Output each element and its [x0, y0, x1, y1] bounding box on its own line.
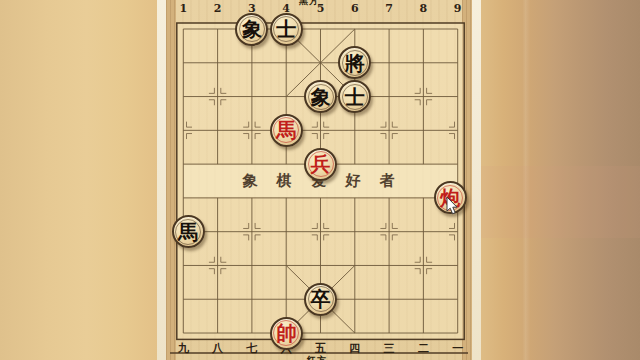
- piece-glyph: 象: [311, 87, 331, 107]
- file-label-bottom-9: 一: [452, 341, 463, 356]
- mouse-cursor: [446, 196, 460, 216]
- file-label-bottom-7: 三: [384, 341, 395, 356]
- file-label-bottom-6: 四: [349, 341, 360, 356]
- river-char: 好: [345, 171, 361, 191]
- piece-glyph: 士: [276, 19, 296, 39]
- river-char: 棋: [276, 171, 292, 191]
- piece-black-elephant[interactable]: 象: [235, 13, 268, 46]
- piece-glyph: 象: [242, 19, 262, 39]
- file-label-bottom-3: 七: [246, 341, 257, 356]
- piece-glyph: 將: [345, 53, 365, 73]
- top-clipped-label: 黑方: [299, 0, 319, 8]
- piece-black-elephant[interactable]: 象: [304, 80, 337, 113]
- piece-red-soldier[interactable]: 兵: [304, 148, 337, 181]
- file-label-bottom-8: 二: [418, 341, 429, 356]
- river-char: 者: [379, 171, 395, 191]
- river-char: 象: [242, 171, 258, 191]
- blurred-backdrop-right: [481, 0, 640, 360]
- light-strip-left: [157, 0, 166, 360]
- piece-glyph: 兵: [311, 154, 331, 174]
- file-label-top-1: 1: [179, 2, 187, 15]
- file-label-top-6: 6: [351, 2, 359, 15]
- piece-black-advisor[interactable]: 士: [270, 13, 303, 46]
- piece-glyph: 卒: [311, 289, 331, 309]
- light-strip-right: [472, 0, 481, 360]
- piece-glyph: 馬: [276, 120, 296, 140]
- piece-glyph: 士: [345, 87, 365, 107]
- piece-glyph: 帥: [276, 323, 296, 343]
- piece-black-soldier[interactable]: 卒: [304, 283, 337, 316]
- piece-glyph: 馬: [178, 222, 198, 242]
- xiangqi-board[interactable]: 123456789 九八七六五四三二一 象棋爱好者 象士將象士馬兵炮馬卒帥 黑方…: [166, 0, 472, 360]
- piece-red-horse[interactable]: 馬: [270, 114, 303, 147]
- piece-black-horse[interactable]: 馬: [172, 215, 205, 248]
- file-label-bottom-2: 八: [212, 341, 223, 356]
- video-frame: 123456789 九八七六五四三二一 象棋爱好者 象士將象士馬兵炮馬卒帥 黑方…: [0, 0, 640, 360]
- blurred-backdrop-left: [0, 0, 157, 360]
- bottom-clipped-label: 红方: [307, 354, 327, 360]
- file-label-top-7: 7: [385, 2, 393, 15]
- file-label-top-9: 9: [454, 2, 462, 15]
- file-label-top-2: 2: [214, 2, 222, 15]
- file-label-top-8: 8: [420, 2, 428, 15]
- file-label-bottom-1: 九: [178, 341, 189, 356]
- piece-red-general[interactable]: 帥: [270, 317, 303, 350]
